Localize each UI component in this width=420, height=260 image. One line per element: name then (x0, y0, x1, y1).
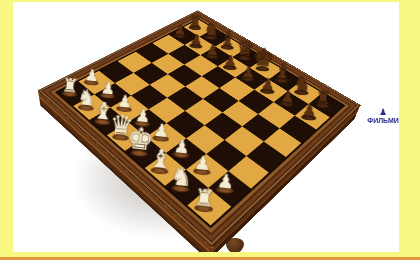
white-king: ♚ (124, 106, 158, 158)
piece-base (222, 64, 236, 71)
piece-glyph: ♝ (148, 145, 173, 172)
piece-glyph: ♟ (216, 171, 235, 192)
piece-glyph: ♟ (280, 88, 296, 105)
piece-glyph: ♚ (252, 45, 276, 71)
piece-glyph: ♝ (219, 29, 238, 49)
piece-base (241, 75, 255, 82)
piece-base (172, 151, 189, 159)
black-pawn: ♟ (169, 2, 195, 39)
piece-glyph: ♞ (169, 164, 194, 191)
piece-glyph: ♟ (116, 93, 132, 111)
black-pawn: ♟ (274, 63, 304, 108)
piece-base (152, 135, 169, 143)
white-pawn: ♟ (78, 42, 108, 87)
piece-base (171, 184, 190, 193)
piece-glyph: ♜ (61, 75, 80, 96)
black-king: ♚ (250, 31, 277, 72)
black-pawn: ♟ (295, 75, 325, 121)
piece-glyph: ♟ (301, 101, 317, 118)
scene-wrapper: ♜♞♝♛♚♝♞♜♟♟♟♟♟♟♟♟♟♟♟♟♟♟♟♟♜♞♝♛♚♝♞♜ (14, 2, 391, 252)
black-pawn: ♟ (201, 19, 228, 59)
piece-glyph: ♞ (292, 73, 312, 94)
black-knight: ♞ (289, 53, 318, 96)
watermark: ♟ ФИЛЬМИ (363, 108, 399, 124)
piece-glyph: ♜ (314, 87, 332, 107)
piece-base (188, 25, 201, 31)
piece-glyph: ♚ (126, 123, 156, 155)
chess-board: ♜♞♝♛♚♝♞♜♟♟♟♟♟♟♟♟♟♟♟♟♟♟♟♟♜♞♝♛♚♝♞♜ (37, 10, 361, 247)
white-rook: ♜ (187, 156, 225, 213)
piece-base (62, 90, 78, 97)
piece-base (150, 166, 168, 174)
white-pawn: ♟ (128, 79, 160, 127)
piece-base (83, 79, 98, 86)
white-queen: ♛ (106, 91, 139, 141)
piece-glyph: ♟ (206, 42, 220, 57)
piece-glyph: ♞ (203, 20, 220, 39)
piece-base (260, 87, 275, 94)
piece-base (116, 105, 132, 112)
piece-glyph: ♟ (193, 153, 211, 173)
black-pawn: ♟ (184, 10, 210, 50)
piece-base (99, 92, 115, 99)
white-rook: ♜ (57, 52, 87, 98)
white-knight: ♞ (165, 138, 201, 193)
black-rook: ♜ (184, 2, 209, 31)
piece-glyph: ♟ (241, 64, 256, 80)
white-bishop: ♝ (144, 122, 179, 175)
piece-glyph: ♟ (223, 53, 237, 69)
black-pawn: ♟ (254, 51, 283, 95)
page-background: ♜♞♝♛♚♝♞♜♟♟♟♟♟♟♟♟♟♟♟♟♟♟♟♟♜♞♝♛♚♝♞♜ ♟ ФИЛЬМ… (0, 0, 420, 260)
piece-base (315, 102, 330, 109)
white-pawn: ♟ (166, 108, 200, 159)
white-bishop: ♝ (89, 77, 121, 126)
watermark-text: ФИЛЬМИ (363, 117, 399, 123)
black-bishop: ♝ (216, 12, 242, 51)
white-pawn: ♟ (186, 124, 221, 177)
black-pawn: ♟ (218, 29, 245, 70)
black-rook: ♜ (309, 65, 338, 109)
piece-base (274, 77, 288, 84)
piece-base (205, 53, 219, 59)
piece-glyph: ♜ (188, 12, 203, 29)
piece-base (294, 89, 309, 96)
piece-glyph: ♜ (193, 185, 216, 210)
piece-glyph: ♟ (189, 32, 203, 47)
chess-pawn-icon: ♟ (363, 108, 399, 117)
piece-glyph: ♟ (134, 107, 151, 125)
black-pawn: ♟ (236, 40, 264, 82)
piece-glyph: ♟ (172, 137, 190, 157)
piece-base (189, 43, 202, 49)
piece-base (301, 113, 317, 120)
piece-base (220, 44, 233, 50)
piece-glyph: ♝ (272, 60, 292, 82)
black-queen: ♛ (233, 21, 260, 61)
pieces-layer: ♜♞♝♛♚♝♞♜♟♟♟♟♟♟♟♟♟♟♟♟♟♟♟♟♜♞♝♛♚♝♞♜ (57, 19, 342, 225)
piece-glyph: ♟ (100, 80, 116, 97)
product-photo: ♜♞♝♛♚♝♞♜♟♟♟♟♟♟♟♟♟♟♟♟♟♟♟♟♜♞♝♛♚♝♞♜ ♟ ФИЛЬМ… (13, 2, 399, 252)
piece-base (280, 100, 295, 107)
piece-base (194, 203, 213, 212)
piece-glyph: ♟ (84, 67, 100, 84)
piece-base (255, 66, 269, 72)
white-pawn: ♟ (94, 54, 124, 100)
white-pawn: ♟ (110, 66, 141, 113)
piece-glyph: ♟ (260, 76, 275, 93)
piece-base (193, 167, 211, 175)
piece-base (130, 149, 148, 157)
white-pawn: ♟ (146, 93, 179, 143)
piece-glyph: ♛ (234, 36, 255, 59)
perspective-container: ♜♞♝♛♚♝♞♜♟♟♟♟♟♟♟♟♟♟♟♟♟♟♟♟♜♞♝♛♚♝♞♜ (14, 2, 391, 252)
piece-glyph: ♟ (174, 22, 187, 37)
piece-glyph: ♝ (92, 99, 115, 124)
piece-glyph: ♞ (76, 86, 97, 109)
piece-base (94, 118, 111, 126)
white-knight: ♞ (72, 64, 103, 111)
piece-base (204, 34, 217, 40)
white-pawn: ♟ (208, 140, 244, 195)
piece-base (173, 33, 186, 39)
piece-base (112, 133, 129, 141)
piece-glyph: ♛ (108, 110, 135, 139)
piece-base (237, 55, 251, 61)
black-knight: ♞ (199, 2, 224, 40)
chess-board-3d: ♜♞♝♛♚♝♞♜♟♟♟♟♟♟♟♟♟♟♟♟♟♟♟♟♜♞♝♛♚♝♞♜ (37, 10, 361, 247)
piece-base (215, 185, 234, 194)
piece-base (78, 104, 94, 111)
piece-glyph: ♟ (153, 121, 170, 140)
piece-base (133, 120, 149, 128)
black-bishop: ♝ (269, 42, 297, 84)
